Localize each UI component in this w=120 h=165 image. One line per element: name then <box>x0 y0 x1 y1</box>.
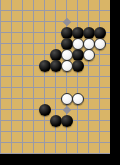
grid-line-horizontal <box>0 21 110 22</box>
black-stone <box>72 49 84 61</box>
point-marker-diamond <box>62 17 70 25</box>
black-stone <box>72 60 84 72</box>
black-stone <box>50 49 62 61</box>
black-stone <box>50 60 62 72</box>
grid-line-horizontal <box>0 87 110 88</box>
black-stone <box>61 115 73 127</box>
white-stone <box>83 38 95 50</box>
black-stone <box>61 27 73 39</box>
white-stone <box>83 49 95 61</box>
grid-line-horizontal <box>0 109 110 110</box>
black-stone <box>39 60 51 72</box>
black-stone <box>94 27 106 39</box>
white-stone <box>61 49 73 61</box>
board-frame-bottom <box>0 154 120 165</box>
white-stone <box>61 93 73 105</box>
grid-line-horizontal <box>0 142 110 143</box>
go-diagram <box>0 0 120 165</box>
white-stone <box>72 93 84 105</box>
black-stone <box>83 27 95 39</box>
point-marker-diamond <box>62 105 70 113</box>
black-stone <box>61 38 73 50</box>
grid-line-horizontal <box>0 98 110 99</box>
grid-line-horizontal <box>0 10 110 11</box>
board-frame-right <box>110 0 120 165</box>
white-stone <box>61 60 73 72</box>
black-stone <box>39 104 51 116</box>
black-stone <box>72 27 84 39</box>
white-stone <box>72 38 84 50</box>
white-stone <box>94 38 106 50</box>
grid-line-horizontal <box>0 131 110 132</box>
grid-line-horizontal <box>0 76 110 77</box>
black-stone <box>50 115 62 127</box>
go-board[interactable] <box>0 0 110 154</box>
